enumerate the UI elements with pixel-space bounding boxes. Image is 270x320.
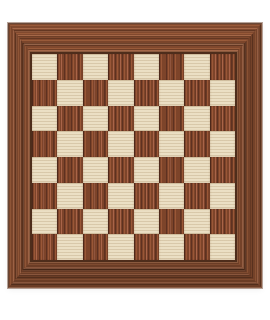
square-e4	[134, 157, 159, 183]
square-h2	[210, 209, 235, 235]
square-b8	[57, 54, 82, 80]
square-b3	[57, 183, 82, 209]
square-b7	[57, 80, 82, 106]
board-frame-top	[8, 23, 262, 52]
square-h4	[210, 157, 235, 183]
square-f3	[159, 183, 184, 209]
square-a6	[32, 106, 57, 132]
square-g4	[184, 157, 209, 183]
square-e7	[134, 80, 159, 106]
square-b5	[57, 131, 82, 157]
square-b1	[57, 234, 82, 260]
square-d6	[108, 106, 133, 132]
square-f2	[159, 209, 184, 235]
square-g2	[184, 209, 209, 235]
square-e5	[134, 131, 159, 157]
square-g7	[184, 80, 209, 106]
square-f6	[159, 106, 184, 132]
square-h1	[210, 234, 235, 260]
square-b2	[57, 209, 82, 235]
square-g8	[184, 54, 209, 80]
square-d3	[108, 183, 133, 209]
square-g1	[184, 234, 209, 260]
square-c4	[83, 157, 108, 183]
square-c1	[83, 234, 108, 260]
square-h8	[210, 54, 235, 80]
square-e3	[134, 183, 159, 209]
square-c3	[83, 183, 108, 209]
square-a1	[32, 234, 57, 260]
square-h3	[210, 183, 235, 209]
square-a8	[32, 54, 57, 80]
square-f5	[159, 131, 184, 157]
square-a7	[32, 80, 57, 106]
square-d8	[108, 54, 133, 80]
square-e1	[134, 234, 159, 260]
chess-board	[8, 23, 262, 288]
square-d4	[108, 157, 133, 183]
square-b6	[57, 106, 82, 132]
square-f4	[159, 157, 184, 183]
square-d5	[108, 131, 133, 157]
board-frame-bottom	[8, 262, 262, 288]
square-a3	[32, 183, 57, 209]
square-g6	[184, 106, 209, 132]
square-h5	[210, 131, 235, 157]
square-c2	[83, 209, 108, 235]
square-h7	[210, 80, 235, 106]
square-a2	[32, 209, 57, 235]
square-b4	[57, 157, 82, 183]
square-g3	[184, 183, 209, 209]
square-g5	[184, 131, 209, 157]
square-c8	[83, 54, 108, 80]
square-d7	[108, 80, 133, 106]
square-f8	[159, 54, 184, 80]
square-c7	[83, 80, 108, 106]
square-a4	[32, 157, 57, 183]
board-squares	[30, 52, 237, 262]
square-c5	[83, 131, 108, 157]
square-d1	[108, 234, 133, 260]
square-d2	[108, 209, 133, 235]
board-frame-right	[237, 23, 262, 288]
product-photo	[0, 0, 270, 320]
board-frame-left	[8, 23, 30, 288]
square-f1	[159, 234, 184, 260]
square-e2	[134, 209, 159, 235]
square-f7	[159, 80, 184, 106]
square-e8	[134, 54, 159, 80]
square-h6	[210, 106, 235, 132]
square-c6	[83, 106, 108, 132]
square-e6	[134, 106, 159, 132]
square-a5	[32, 131, 57, 157]
